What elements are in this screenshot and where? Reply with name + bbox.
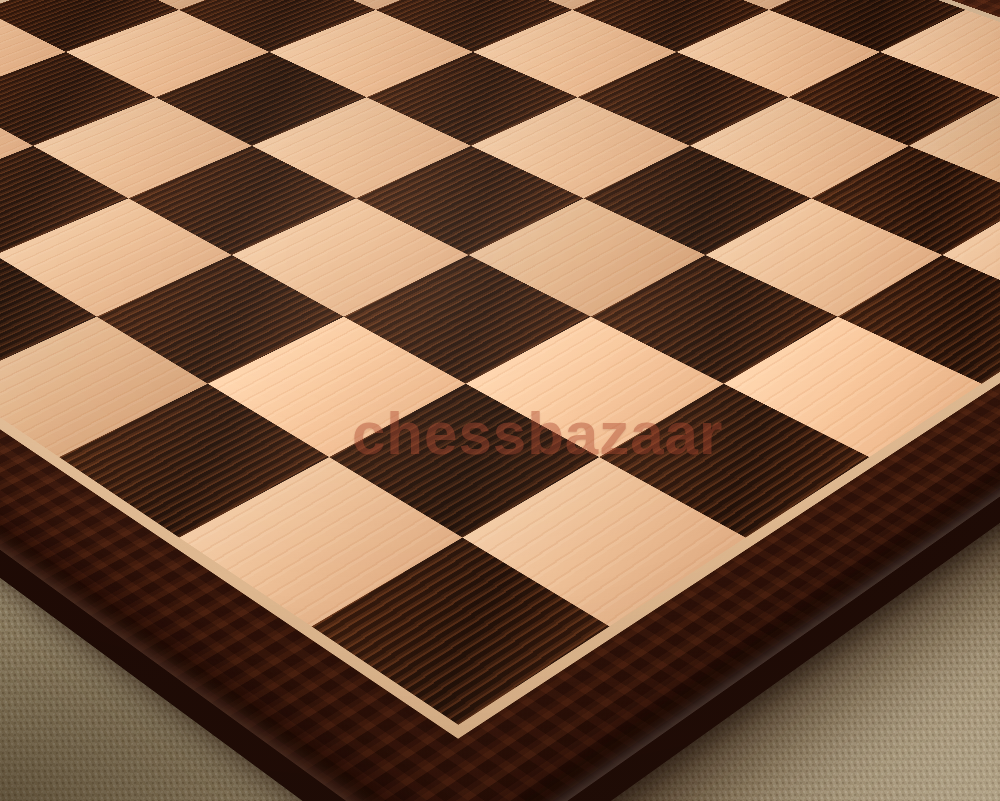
- board-grid: [0, 0, 1000, 725]
- board-trim: [0, 0, 1000, 739]
- watermark-text: chessbazaar: [352, 399, 723, 468]
- photo-scene: chessbazaar: [0, 0, 1000, 801]
